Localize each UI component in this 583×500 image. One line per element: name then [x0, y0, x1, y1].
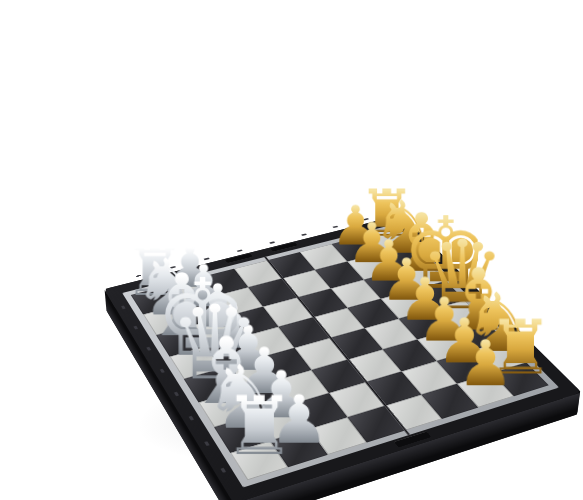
- frame-notch: [237, 249, 243, 252]
- chessboard: ♜♟♟♜♞♟♟♞♝♟♟♝♚♟♟♚♛♟♟♛♝♟♟♝♞♟♟♞♜♟♟♜: [104, 215, 581, 500]
- frame-notch: [121, 305, 126, 309]
- frame-notch: [301, 233, 307, 236]
- frame-notch: [220, 468, 226, 473]
- frame-notch: [332, 226, 338, 228]
- frame-notch: [189, 416, 194, 421]
- perspective-scene: ♜♟♟♜♞♟♟♞♝♟♟♝♚♟♟♚♛♟♟♛♝♟♟♝♞♟♟♞♜♟♟♜: [0, 0, 583, 500]
- frame-notch: [133, 326, 138, 330]
- frame-notch: [160, 369, 165, 373]
- photo-stage: ♜♟♟♜♞♟♟♞♝♟♟♝♚♟♟♚♛♟♟♛♝♟♟♝♞♟♟♞♜♟♟♜: [0, 0, 583, 500]
- frame-notch: [204, 441, 210, 446]
- frame-notch: [170, 266, 176, 269]
- frame-notch: [135, 274, 141, 277]
- frame-notch: [174, 392, 179, 396]
- frame-notch: [269, 241, 275, 244]
- frame-notch: [363, 218, 369, 220]
- frame-notch: [204, 258, 210, 261]
- frame-notch: [146, 347, 151, 351]
